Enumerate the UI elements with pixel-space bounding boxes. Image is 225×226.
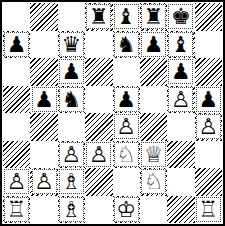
piece-black-bishop[interactable]: ♝: [168, 32, 193, 57]
piece-black-pawn[interactable]: ♟: [114, 87, 139, 112]
square-f3[interactable]: ♕: [140, 141, 167, 169]
square-g3[interactable]: [167, 141, 194, 169]
square-c7[interactable]: ♛: [58, 31, 85, 59]
square-g7[interactable]: ♝: [167, 31, 194, 59]
piece-white-queen[interactable]: ♕: [141, 142, 166, 167]
piece-black-pawn[interactable]: ♟: [168, 59, 193, 84]
square-b8[interactable]: [30, 3, 57, 31]
square-h2[interactable]: [195, 168, 222, 196]
square-h3[interactable]: [195, 141, 222, 169]
piece-black-king[interactable]: ♚: [168, 4, 193, 29]
square-b6[interactable]: [30, 58, 57, 86]
piece-black-rook[interactable]: ♜: [86, 4, 111, 29]
square-a4[interactable]: [3, 113, 30, 141]
piece-white-bishop[interactable]: ♗: [59, 169, 84, 194]
piece-white-bishop[interactable]: ♗: [59, 197, 84, 222]
square-b1[interactable]: [30, 196, 57, 224]
chess-board: ♜♝♜♚♟♛♞♟♝♟♟♟♞♟♙♟♙♙♙♙♘♕♙♙♗♘♖♗♔♖: [3, 3, 222, 223]
square-e8[interactable]: ♝: [113, 3, 140, 31]
square-g1[interactable]: [167, 196, 194, 224]
square-d8[interactable]: ♜: [85, 3, 112, 31]
square-c2[interactable]: ♗: [58, 168, 85, 196]
square-e1[interactable]: ♔: [113, 196, 140, 224]
piece-white-knight[interactable]: ♘: [114, 142, 139, 167]
piece-black-pawn[interactable]: ♟: [32, 87, 57, 112]
square-g6[interactable]: ♟: [167, 58, 194, 86]
board-frame: ♜♝♜♚♟♛♞♟♝♟♟♟♞♟♙♟♙♙♙♙♘♕♙♙♗♘♖♗♔♖: [0, 0, 225, 226]
piece-black-knight[interactable]: ♞: [114, 32, 139, 57]
square-d3[interactable]: ♙: [85, 141, 112, 169]
square-g8[interactable]: ♚: [167, 3, 194, 31]
piece-black-pawn[interactable]: ♟: [196, 87, 221, 112]
square-c1[interactable]: ♗: [58, 196, 85, 224]
square-f1[interactable]: [140, 196, 167, 224]
piece-white-pawn[interactable]: ♙: [86, 142, 111, 167]
piece-white-pawn[interactable]: ♙: [196, 114, 221, 139]
square-a6[interactable]: [3, 58, 30, 86]
square-f6[interactable]: [140, 58, 167, 86]
square-a5[interactable]: [3, 86, 30, 114]
square-h1[interactable]: ♖: [195, 196, 222, 224]
square-h7[interactable]: [195, 31, 222, 59]
square-a1[interactable]: ♖: [3, 196, 30, 224]
piece-white-pawn[interactable]: ♙: [32, 169, 57, 194]
square-h4[interactable]: ♙: [195, 113, 222, 141]
square-h5[interactable]: ♟: [195, 86, 222, 114]
square-e2[interactable]: [113, 168, 140, 196]
square-c4[interactable]: [58, 113, 85, 141]
square-f8[interactable]: ♜: [140, 3, 167, 31]
square-e5[interactable]: ♟: [113, 86, 140, 114]
square-b7[interactable]: [30, 31, 57, 59]
square-e7[interactable]: ♞: [113, 31, 140, 59]
piece-white-knight[interactable]: ♘: [141, 169, 166, 194]
piece-black-queen[interactable]: ♛: [59, 32, 84, 57]
square-d6[interactable]: [85, 58, 112, 86]
square-f2[interactable]: ♘: [140, 168, 167, 196]
square-b4[interactable]: [30, 113, 57, 141]
square-d7[interactable]: [85, 31, 112, 59]
square-c8[interactable]: [58, 3, 85, 31]
square-h8[interactable]: [195, 3, 222, 31]
piece-white-rook[interactable]: ♖: [196, 197, 221, 222]
square-f7[interactable]: ♟: [140, 31, 167, 59]
square-c6[interactable]: ♟: [58, 58, 85, 86]
square-d5[interactable]: [85, 86, 112, 114]
piece-black-knight[interactable]: ♞: [59, 87, 84, 112]
piece-black-bishop[interactable]: ♝: [114, 4, 139, 29]
square-d4[interactable]: [85, 113, 112, 141]
square-g2[interactable]: [167, 168, 194, 196]
piece-white-pawn[interactable]: ♙: [59, 142, 84, 167]
square-b5[interactable]: ♟: [30, 86, 57, 114]
square-g4[interactable]: [167, 113, 194, 141]
square-e4[interactable]: ♙: [113, 113, 140, 141]
square-f5[interactable]: [140, 86, 167, 114]
square-g5[interactable]: ♙: [167, 86, 194, 114]
square-e3[interactable]: ♘: [113, 141, 140, 169]
square-d1[interactable]: [85, 196, 112, 224]
square-c5[interactable]: ♞: [58, 86, 85, 114]
square-c3[interactable]: ♙: [58, 141, 85, 169]
piece-white-king[interactable]: ♔: [114, 197, 139, 222]
piece-black-pawn[interactable]: ♟: [141, 32, 166, 57]
square-b2[interactable]: ♙: [30, 168, 57, 196]
square-d2[interactable]: [85, 168, 112, 196]
square-a7[interactable]: ♟: [3, 31, 30, 59]
square-b3[interactable]: [30, 141, 57, 169]
piece-white-pawn[interactable]: ♙: [4, 169, 29, 194]
square-a8[interactable]: [3, 3, 30, 31]
square-h6[interactable]: [195, 58, 222, 86]
piece-black-pawn[interactable]: ♟: [4, 32, 29, 57]
square-f4[interactable]: [140, 113, 167, 141]
square-e6[interactable]: [113, 58, 140, 86]
piece-white-pawn[interactable]: ♙: [168, 87, 193, 112]
square-a3[interactable]: [3, 141, 30, 169]
piece-white-rook[interactable]: ♖: [4, 197, 29, 222]
piece-black-rook[interactable]: ♜: [141, 4, 166, 29]
piece-black-pawn[interactable]: ♟: [59, 59, 84, 84]
square-a2[interactable]: ♙: [3, 168, 30, 196]
piece-white-pawn[interactable]: ♙: [114, 114, 139, 139]
